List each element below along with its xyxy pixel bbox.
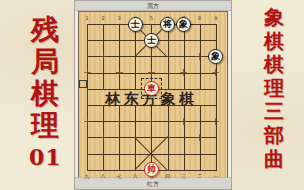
- red-side-label: 红方: [75, 177, 231, 189]
- banner-char: 三: [260, 100, 288, 124]
- piece-black[interactable]: 士: [128, 17, 143, 32]
- file-number-bottom: 一: [211, 173, 221, 179]
- banner-char: 棋: [260, 30, 288, 54]
- banner-char: 部: [260, 124, 288, 148]
- point-marker: [84, 69, 91, 76]
- file-number-bottom: 七: [114, 173, 124, 179]
- piece-black[interactable]: 将: [160, 17, 175, 32]
- left-title: 残局棋理 01: [29, 14, 61, 169]
- banner-char: 棋: [29, 78, 61, 110]
- banner-char: 象: [260, 6, 288, 30]
- move-from-marker: [79, 80, 87, 88]
- point-marker: [148, 118, 155, 125]
- piece-black[interactable]: 象: [208, 49, 223, 64]
- grid-line: [87, 24, 217, 25]
- file-number-top: 8: [195, 15, 205, 21]
- piece-black[interactable]: 象: [176, 17, 191, 32]
- point-marker: [180, 69, 187, 76]
- left-title-chars: 残局棋理: [29, 14, 61, 142]
- board-window: 黑方 林东方象棋 123456789九八七六五四三二一士将象士象車帅 红方: [74, 0, 232, 190]
- point-marker: [180, 118, 187, 125]
- file-number-bottom: 二: [195, 173, 205, 179]
- point-marker: [100, 53, 107, 60]
- right-title: 象棋棋理三部曲: [260, 6, 288, 171]
- banner-char: 残: [29, 14, 61, 46]
- banner-char: 理: [260, 77, 288, 101]
- selection-marker: [141, 78, 162, 99]
- file-number-bottom: 八: [98, 173, 108, 179]
- black-side-label: 黑方: [75, 1, 231, 11]
- banner-char: 棋: [260, 53, 288, 77]
- grid-line: [216, 24, 217, 170]
- point-marker: [84, 118, 91, 125]
- file-number-bottom: 六: [130, 173, 140, 179]
- board-wood[interactable]: 林东方象棋 123456789九八七六五四三二一士将象士象車帅: [78, 11, 228, 179]
- point-marker: [212, 118, 219, 125]
- file-number-top: 9: [211, 15, 221, 21]
- banner-char: 曲: [260, 148, 288, 172]
- point-marker: [196, 53, 203, 60]
- file-number-bottom: 三: [179, 173, 189, 179]
- banner-char: 局: [29, 46, 61, 78]
- grid-line: [87, 24, 88, 170]
- point-marker: [148, 69, 155, 76]
- file-number-bottom: 九: [82, 173, 92, 179]
- file-number-top: 3: [114, 15, 124, 21]
- file-number-top: 1: [82, 15, 92, 21]
- file-number-top: 5: [146, 15, 156, 21]
- piece-red[interactable]: 帅: [144, 162, 159, 177]
- point-marker: [212, 69, 219, 76]
- file-number-bottom: 四: [163, 173, 173, 179]
- banner-char: 理: [29, 110, 61, 142]
- right-title-chars: 象棋棋理三部曲: [260, 6, 288, 171]
- file-number-top: 2: [98, 15, 108, 21]
- point-marker: [196, 134, 203, 141]
- left-title-number: 01: [29, 145, 61, 169]
- point-marker: [116, 118, 123, 125]
- point-marker: [116, 69, 123, 76]
- video-frame: 残局棋理 01 黑方 林东方象棋 123456789九八七六五四三二一士将象士象…: [0, 0, 304, 190]
- piece-black[interactable]: 士: [144, 33, 159, 48]
- point-marker: [100, 134, 107, 141]
